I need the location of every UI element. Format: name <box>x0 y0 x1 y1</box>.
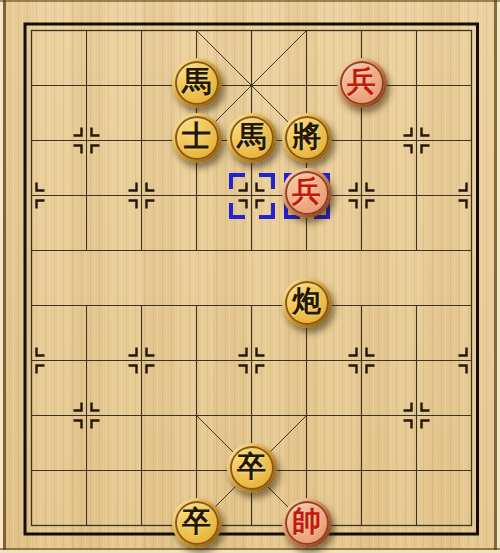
piece-red-soldier-f3[interactable]: 兵 <box>282 168 332 218</box>
xiangqi-board: 馬兵士馬將兵炮卒卒帥 <box>0 0 500 553</box>
piece-glyph: 兵 <box>347 67 376 96</box>
piece-red-soldier-g1[interactable]: 兵 <box>337 58 387 108</box>
piece-black-horse-d1[interactable]: 馬 <box>172 58 222 108</box>
piece-face: 將 <box>285 116 329 160</box>
piece-face: 兵 <box>285 171 329 215</box>
piece-face: 馬 <box>230 116 274 160</box>
piece-glyph: 卒 <box>182 507 211 536</box>
piece-glyph: 馬 <box>237 122 266 151</box>
highlight-corner-tr <box>259 173 275 189</box>
highlight-corner-tl <box>229 173 245 189</box>
piece-glyph: 兵 <box>292 177 321 206</box>
piece-black-cannon-f5[interactable]: 炮 <box>282 278 332 328</box>
piece-face: 卒 <box>175 501 219 545</box>
highlight-corner-br <box>259 203 275 219</box>
piece-glyph: 將 <box>292 122 321 151</box>
piece-glyph: 卒 <box>237 452 266 481</box>
piece-face: 炮 <box>285 281 329 325</box>
piece-black-soldier-e8[interactable]: 卒 <box>227 443 277 493</box>
piece-red-general-f9[interactable]: 帥 <box>282 498 332 548</box>
piece-face: 帥 <box>285 501 329 545</box>
piece-glyph: 馬 <box>182 67 211 96</box>
last-move-highlight-e3 <box>229 173 275 219</box>
xiangqi-app: { "game": "xiangqi (Chinese chess)", "bo… <box>0 0 500 553</box>
piece-face: 兵 <box>340 61 384 105</box>
piece-face: 卒 <box>230 446 274 490</box>
highlight-corner-bl <box>229 203 245 219</box>
piece-black-soldier-d9[interactable]: 卒 <box>172 498 222 548</box>
piece-glyph: 帥 <box>292 507 321 536</box>
piece-glyph: 炮 <box>292 287 321 316</box>
piece-black-general-f2[interactable]: 將 <box>282 113 332 163</box>
piece-face: 士 <box>175 116 219 160</box>
piece-black-horse-e2[interactable]: 馬 <box>227 113 277 163</box>
piece-face: 馬 <box>175 61 219 105</box>
piece-glyph: 士 <box>182 122 211 151</box>
piece-black-advisor-d2[interactable]: 士 <box>172 113 222 163</box>
